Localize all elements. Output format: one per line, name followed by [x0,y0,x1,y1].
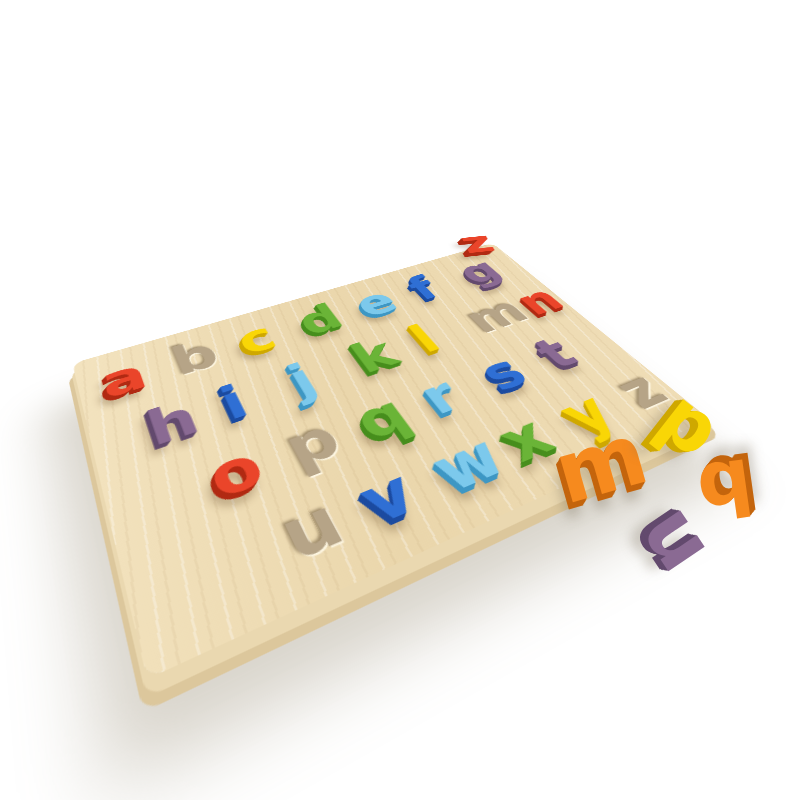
piece-d[interactable]: d [291,299,351,341]
piece-j[interactable]: j [281,358,325,403]
piece-v[interactable]: v [349,461,428,534]
piece-q[interactable]: q [346,389,419,448]
piece-e[interactable]: e [347,284,405,323]
piece-i[interactable]: i [213,379,255,428]
piece-r[interactable]: r [410,371,471,422]
piece-f[interactable]: f [400,272,447,305]
slot-b-cutout: b [166,334,225,382]
piece-c[interactable]: c [230,318,282,361]
slot-u-cutout: u [271,489,353,571]
piece-l[interactable]: l [402,320,449,359]
piece-s[interactable]: s [470,349,537,398]
piece-o[interactable]: o [201,439,272,508]
product-photo: abcdefghijklmnopqrstuvwxyzz mpbu [0,0,800,800]
loose-piece-u[interactable]: u [629,492,727,584]
piece-g[interactable]: g [450,254,509,289]
piece-k[interactable]: k [343,333,406,380]
slot-p-cutout: p [276,413,349,477]
piece-z[interactable]: z [455,228,501,258]
piece-a[interactable]: a [97,354,153,405]
piece-h[interactable]: h [141,394,205,454]
piece-t[interactable]: t [525,332,586,375]
